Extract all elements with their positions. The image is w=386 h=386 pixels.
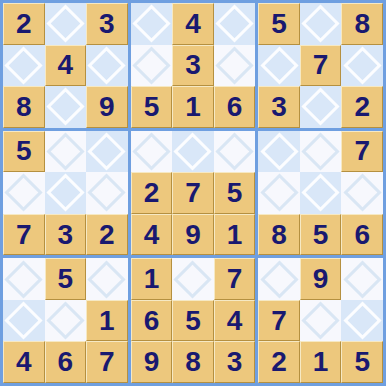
- cell-r4c2[interactable]: [45, 131, 87, 173]
- diamond-icon: [302, 88, 340, 126]
- diamond-icon: [215, 5, 253, 43]
- cell-r9c4: 9: [131, 341, 173, 383]
- diamond-icon: [46, 5, 84, 43]
- cell-r1c9: 8: [341, 3, 383, 45]
- cell-r2c2: 4: [45, 45, 87, 87]
- diamond-icon: [302, 174, 340, 212]
- cell-r3c4: 5: [131, 86, 173, 128]
- diamond-icon: [46, 132, 84, 170]
- cell-r9c9: 5: [341, 341, 383, 383]
- cell-r5c6: 5: [214, 172, 256, 214]
- cell-value: 7: [354, 137, 370, 165]
- diamond-icon: [132, 46, 170, 84]
- box-r2c3: 7856: [258, 131, 383, 256]
- cell-r9c3: 7: [86, 341, 128, 383]
- cell-value: 1: [144, 265, 160, 293]
- diamond-icon: [174, 260, 212, 298]
- cell-r1c4[interactable]: [131, 3, 173, 45]
- cell-r3c7: 3: [258, 86, 300, 128]
- cell-value: 6: [58, 348, 74, 376]
- diamond-icon: [46, 302, 84, 340]
- cell-r5c8[interactable]: [300, 172, 342, 214]
- cell-r9c7: 2: [258, 341, 300, 383]
- cell-r7c7[interactable]: [258, 258, 300, 300]
- cell-r7c9[interactable]: [341, 258, 383, 300]
- diamond-icon: [5, 302, 43, 340]
- cell-r4c5[interactable]: [172, 131, 214, 173]
- diamond-icon: [5, 46, 43, 84]
- box-r3c2: 17654983: [131, 258, 256, 383]
- cell-value: 2: [16, 10, 32, 38]
- cell-value: 2: [99, 221, 115, 249]
- cell-r5c4: 2: [131, 172, 173, 214]
- cell-r2c7[interactable]: [258, 45, 300, 87]
- cell-r8c8[interactable]: [300, 300, 342, 342]
- cell-value: 4: [16, 348, 32, 376]
- cell-r8c9[interactable]: [341, 300, 383, 342]
- cell-value: 5: [185, 307, 201, 335]
- diamond-icon: [215, 46, 253, 84]
- cell-r6c3: 2: [86, 214, 128, 256]
- diamond-icon: [174, 132, 212, 170]
- cell-value: 8: [16, 93, 32, 121]
- diamond-icon: [302, 5, 340, 43]
- diamond-icon: [343, 174, 381, 212]
- cell-value: 6: [227, 93, 243, 121]
- diamond-icon: [132, 132, 170, 170]
- cell-value: 7: [271, 307, 287, 335]
- cell-r1c8[interactable]: [300, 3, 342, 45]
- diamond-icon: [88, 260, 126, 298]
- cell-r3c2[interactable]: [45, 86, 87, 128]
- box-r1c1: 23489: [3, 3, 128, 128]
- diamond-icon: [46, 174, 84, 212]
- sudoku-grid: 2348943516587325732275491785651467176549…: [3, 3, 383, 383]
- cell-value: 4: [144, 221, 160, 249]
- box-r3c1: 51467: [3, 258, 128, 383]
- cell-r6c6: 1: [214, 214, 256, 256]
- cell-r1c7: 5: [258, 3, 300, 45]
- cell-r6c2: 3: [45, 214, 87, 256]
- cell-r3c3: 9: [86, 86, 128, 128]
- cell-value: 4: [227, 307, 243, 335]
- diamond-icon: [5, 174, 43, 212]
- cell-r5c9[interactable]: [341, 172, 383, 214]
- cell-r4c1: 5: [3, 131, 45, 173]
- diamond-icon: [260, 260, 298, 298]
- cell-value: 7: [185, 179, 201, 207]
- cell-value: 5: [58, 265, 74, 293]
- diamond-icon: [343, 260, 381, 298]
- cell-r9c8: 1: [300, 341, 342, 383]
- cell-value: 9: [313, 265, 329, 293]
- diamond-icon: [215, 132, 253, 170]
- cell-value: 7: [16, 221, 32, 249]
- cell-value: 1: [99, 307, 115, 335]
- cell-r3c8[interactable]: [300, 86, 342, 128]
- box-r3c3: 97215: [258, 258, 383, 383]
- cell-r4c8[interactable]: [300, 131, 342, 173]
- cell-r5c1[interactable]: [3, 172, 45, 214]
- cell-r2c4[interactable]: [131, 45, 173, 87]
- cell-r7c3[interactable]: [86, 258, 128, 300]
- cell-value: 5: [16, 137, 32, 165]
- cell-r1c1: 2: [3, 3, 45, 45]
- diamond-icon: [260, 132, 298, 170]
- cell-r2c6[interactable]: [214, 45, 256, 87]
- cell-value: 5: [144, 93, 160, 121]
- cell-r8c3: 1: [86, 300, 128, 342]
- cell-r5c7[interactable]: [258, 172, 300, 214]
- diamond-icon: [5, 260, 43, 298]
- diamond-icon: [343, 46, 381, 84]
- diamond-icon: [132, 5, 170, 43]
- cell-r4c3[interactable]: [86, 131, 128, 173]
- box-r2c1: 5732: [3, 131, 128, 256]
- cell-value: 1: [313, 348, 329, 376]
- box-r1c3: 58732: [258, 3, 383, 128]
- cell-value: 8: [185, 348, 201, 376]
- cell-r4c9: 7: [341, 131, 383, 173]
- cell-r3c5: 1: [172, 86, 214, 128]
- cell-value: 3: [227, 348, 243, 376]
- cell-value: 2: [354, 93, 370, 121]
- cell-r9c6: 3: [214, 341, 256, 383]
- cell-value: 3: [185, 51, 201, 79]
- cell-r4c6[interactable]: [214, 131, 256, 173]
- cell-r8c2[interactable]: [45, 300, 87, 342]
- cell-value: 3: [271, 93, 287, 121]
- cell-value: 2: [144, 179, 160, 207]
- cell-r6c1: 7: [3, 214, 45, 256]
- cell-r8c1[interactable]: [3, 300, 45, 342]
- box-r1c2: 43516: [131, 3, 256, 128]
- cell-r6c7: 8: [258, 214, 300, 256]
- diamond-icon: [260, 46, 298, 84]
- cell-r6c4: 4: [131, 214, 173, 256]
- cell-r4c7[interactable]: [258, 131, 300, 173]
- cell-value: 8: [354, 10, 370, 38]
- cell-r5c5: 7: [172, 172, 214, 214]
- diamond-icon: [88, 46, 126, 84]
- cell-r1c5: 4: [172, 3, 214, 45]
- cell-value: 6: [354, 221, 370, 249]
- cell-r5c3[interactable]: [86, 172, 128, 214]
- cell-value: 5: [227, 179, 243, 207]
- cell-r7c8: 9: [300, 258, 342, 300]
- cell-value: 3: [99, 10, 115, 38]
- diamond-icon: [343, 302, 381, 340]
- cell-r2c5: 3: [172, 45, 214, 87]
- cell-value: 7: [99, 348, 115, 376]
- cell-r8c4: 6: [131, 300, 173, 342]
- cell-value: 8: [271, 221, 287, 249]
- cell-r4c4[interactable]: [131, 131, 173, 173]
- box-r2c2: 275491: [131, 131, 256, 256]
- cell-r3c1: 8: [3, 86, 45, 128]
- cell-r7c4: 1: [131, 258, 173, 300]
- cell-r7c6: 7: [214, 258, 256, 300]
- cell-r9c2: 6: [45, 341, 87, 383]
- cell-value: 9: [99, 93, 115, 121]
- cell-r9c5: 8: [172, 341, 214, 383]
- cell-value: 7: [313, 51, 329, 79]
- diamond-icon: [302, 302, 340, 340]
- cell-value: 7: [227, 265, 243, 293]
- cell-value: 5: [271, 10, 287, 38]
- cell-r8c6: 4: [214, 300, 256, 342]
- cell-r8c7: 7: [258, 300, 300, 342]
- cell-value: 6: [144, 307, 160, 335]
- cell-r5c2[interactable]: [45, 172, 87, 214]
- cell-value: 5: [354, 348, 370, 376]
- cell-value: 1: [227, 221, 243, 249]
- diamond-icon: [46, 88, 84, 126]
- sudoku-board: 2348943516587325732275491785651467176549…: [0, 0, 386, 386]
- cell-r3c6: 6: [214, 86, 256, 128]
- cell-r1c2[interactable]: [45, 3, 87, 45]
- cell-r2c8: 7: [300, 45, 342, 87]
- diamond-icon: [88, 174, 126, 212]
- cell-r6c9: 6: [341, 214, 383, 256]
- cell-r9c1: 4: [3, 341, 45, 383]
- cell-value: 9: [185, 221, 201, 249]
- cell-value: 2: [271, 348, 287, 376]
- cell-r1c3: 3: [86, 3, 128, 45]
- cell-r2c1[interactable]: [3, 45, 45, 87]
- cell-value: 4: [58, 51, 74, 79]
- cell-r7c5[interactable]: [172, 258, 214, 300]
- cell-r8c5: 5: [172, 300, 214, 342]
- cell-r7c1[interactable]: [3, 258, 45, 300]
- cell-value: 4: [185, 10, 201, 38]
- cell-r6c8: 5: [300, 214, 342, 256]
- diamond-icon: [302, 132, 340, 170]
- cell-r6c5: 9: [172, 214, 214, 256]
- diamond-icon: [260, 174, 298, 212]
- cell-r2c9[interactable]: [341, 45, 383, 87]
- diamond-icon: [88, 132, 126, 170]
- cell-r1c6[interactable]: [214, 3, 256, 45]
- cell-r3c9: 2: [341, 86, 383, 128]
- cell-value: 5: [313, 221, 329, 249]
- cell-value: 3: [58, 221, 74, 249]
- cell-value: 9: [144, 348, 160, 376]
- cell-value: 1: [185, 93, 201, 121]
- cell-r7c2: 5: [45, 258, 87, 300]
- cell-r2c3[interactable]: [86, 45, 128, 87]
